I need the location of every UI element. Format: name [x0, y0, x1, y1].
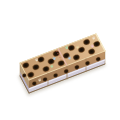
product-photo-canvas	[0, 0, 120, 120]
product-photo	[0, 0, 120, 120]
